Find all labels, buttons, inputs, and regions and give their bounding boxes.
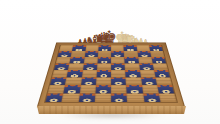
- square-d5[interactable]: [97, 63, 111, 70]
- square-f3[interactable]: [126, 77, 142, 85]
- square-e2[interactable]: [111, 85, 127, 93]
- square-h1[interactable]: [158, 93, 176, 102]
- square-c1[interactable]: [78, 93, 95, 102]
- square-c5[interactable]: [83, 63, 98, 70]
- square-a1[interactable]: [45, 93, 63, 102]
- square-f1[interactable]: [127, 93, 144, 102]
- square-e4[interactable]: [111, 70, 126, 77]
- square-e3[interactable]: [111, 77, 126, 85]
- square-b5[interactable]: [68, 63, 83, 70]
- square-c3[interactable]: [80, 77, 96, 85]
- square-e1[interactable]: [111, 93, 127, 102]
- square-d3[interactable]: [96, 77, 111, 85]
- square-g5[interactable]: [139, 63, 154, 70]
- square-e5[interactable]: [111, 63, 125, 70]
- square-g2[interactable]: [142, 85, 159, 93]
- square-b2[interactable]: [64, 85, 81, 93]
- square-d2[interactable]: [95, 85, 111, 93]
- square-d1[interactable]: [95, 93, 111, 102]
- square-b4[interactable]: [67, 70, 83, 77]
- square-f4[interactable]: [125, 70, 140, 77]
- chessboard: [37, 42, 185, 107]
- square-g1[interactable]: [143, 93, 161, 102]
- square-c2[interactable]: [79, 85, 95, 93]
- chess-set-photo: ♟♟♞♝♜♛♚♚♛♜♝♞♟♟: [0, 0, 220, 124]
- square-d4[interactable]: [96, 70, 111, 77]
- square-b1[interactable]: [62, 93, 80, 102]
- square-h2[interactable]: [157, 85, 175, 93]
- square-b3[interactable]: [65, 77, 81, 85]
- square-c4[interactable]: [82, 70, 97, 77]
- square-h5[interactable]: [152, 63, 168, 70]
- board-grid: [45, 45, 176, 102]
- square-f5[interactable]: [125, 63, 140, 70]
- square-f2[interactable]: [126, 85, 142, 93]
- square-g4[interactable]: [140, 70, 156, 77]
- board-front-edge: [37, 106, 186, 114]
- square-h3[interactable]: [155, 77, 172, 85]
- square-g3[interactable]: [140, 77, 156, 85]
- square-h4[interactable]: [154, 70, 170, 77]
- board-frame: [37, 42, 185, 107]
